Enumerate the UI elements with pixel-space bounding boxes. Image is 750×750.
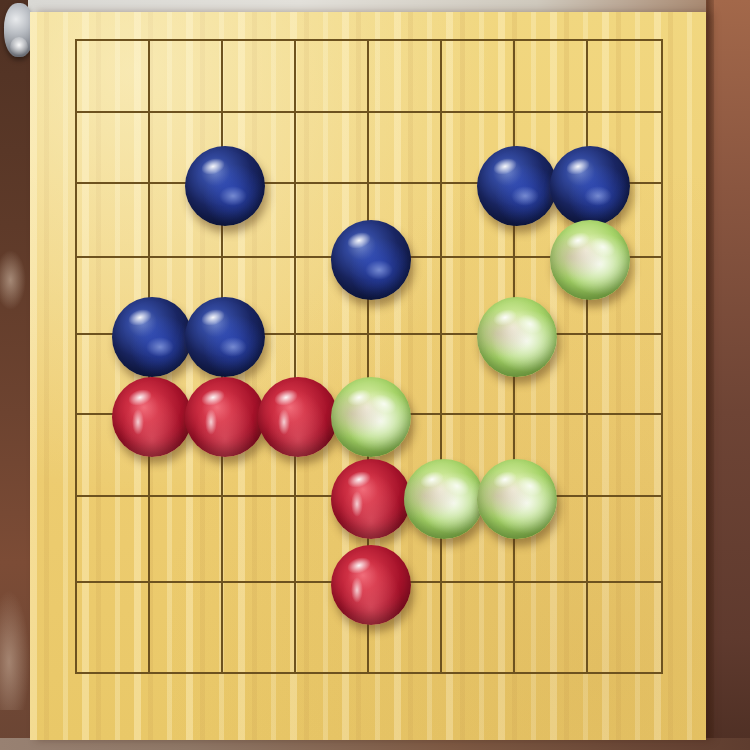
table-surface-left [0, 0, 34, 750]
stone-green[interactable] [331, 377, 411, 457]
grid-cell[interactable] [223, 583, 296, 672]
stone-red[interactable] [185, 377, 265, 457]
grid-cell[interactable] [223, 41, 296, 113]
grid-cell[interactable] [296, 41, 369, 113]
grid-cell[interactable] [515, 41, 588, 113]
grid-cell[interactable] [442, 583, 515, 672]
stone-blue[interactable] [185, 146, 265, 226]
grid-cell[interactable] [77, 41, 150, 113]
grid-cell[interactable] [515, 583, 588, 672]
stone-green[interactable] [550, 220, 630, 300]
stone-red[interactable] [331, 545, 411, 625]
board-grid[interactable] [75, 39, 663, 674]
table-scuff-mark [0, 250, 26, 310]
grid-cell[interactable] [77, 497, 150, 583]
grid-cell[interactable] [223, 497, 296, 583]
stone-blue[interactable] [550, 146, 630, 226]
grid-cell[interactable] [442, 41, 515, 113]
stone-blue[interactable] [477, 146, 557, 226]
grid-cell[interactable] [77, 113, 150, 184]
stone-blue[interactable] [112, 297, 192, 377]
stone-green[interactable] [477, 297, 557, 377]
stone-green[interactable] [404, 459, 484, 539]
grid-cell[interactable] [296, 113, 369, 184]
stone-blue[interactable] [331, 220, 411, 300]
grid-cell[interactable] [588, 415, 661, 497]
stone-red[interactable] [112, 377, 192, 457]
grid-cell[interactable] [150, 41, 223, 113]
grid-cell[interactable] [588, 41, 661, 113]
grid-cell[interactable] [369, 113, 442, 184]
grid-cell[interactable] [588, 497, 661, 583]
go-board [30, 12, 706, 740]
grid-cell[interactable] [150, 497, 223, 583]
grid-cell[interactable] [150, 583, 223, 672]
grid-cell[interactable] [369, 41, 442, 113]
grid-cell[interactable] [77, 184, 150, 258]
stone-red[interactable] [258, 377, 338, 457]
stone-green[interactable] [477, 459, 557, 539]
stone-blue[interactable] [185, 297, 265, 377]
table-scuff-mark [0, 590, 30, 710]
grid-cell[interactable] [588, 583, 661, 672]
stone-red[interactable] [331, 459, 411, 539]
grid-cell[interactable] [77, 583, 150, 672]
page-root: { "game": { "name": "9x9 go-style wooden… [0, 0, 750, 750]
grid-cell[interactable] [588, 335, 661, 415]
